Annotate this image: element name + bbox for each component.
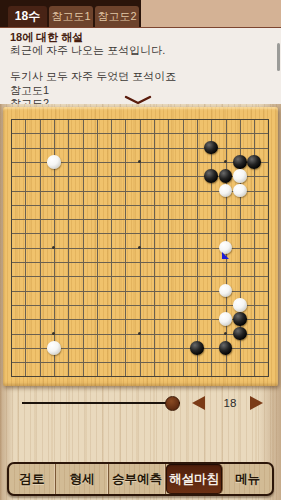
- menu-button[interactable]: 메뉴: [223, 464, 272, 494]
- previous-move-arrow-icon[interactable]: [192, 396, 205, 410]
- commentary-line: 두기사 모두 자주 두었던 포석이죠: [10, 70, 271, 83]
- black-stone: [247, 155, 261, 169]
- black-stone: [219, 169, 233, 183]
- commentary-line: [10, 57, 271, 70]
- white-stone: [219, 312, 233, 326]
- black-stone: [233, 327, 247, 341]
- end-commentary-button[interactable]: 해설마침: [166, 464, 223, 494]
- black-stone: [233, 155, 247, 169]
- tab-reference-diagram-1[interactable]: 참고도1: [49, 6, 93, 27]
- white-stone: [233, 184, 247, 198]
- app-screen: 18수 참고도1 참고도2 18에 대한 해설 최근에 자주 나오는 포석입니다…: [0, 0, 281, 500]
- commentary-line: 최근에 자주 나오는 포석입니다.: [10, 44, 271, 57]
- situation-button[interactable]: 형세: [56, 464, 109, 494]
- last-move-marker-icon: [222, 245, 229, 252]
- tab-move-18[interactable]: 18수: [8, 6, 47, 27]
- bottom-button-bar: 검토형세승부예측해설마침메뉴: [7, 462, 274, 496]
- black-stone: [233, 312, 247, 326]
- black-stone: [219, 341, 233, 355]
- commentary-title: 18에 대한 해설: [10, 31, 271, 44]
- review-button[interactable]: 검토: [9, 464, 56, 494]
- tab-bar: 18수 참고도1 참고도2: [0, 0, 281, 27]
- white-stone: [233, 298, 247, 312]
- white-stone: [47, 341, 61, 355]
- go-board: [3, 107, 278, 386]
- next-move-arrow-icon[interactable]: [250, 396, 263, 410]
- star-point: [224, 332, 227, 335]
- win-prediction-button[interactable]: 승부예측: [109, 464, 166, 494]
- black-stone: [190, 341, 204, 355]
- white-stone: [233, 169, 247, 183]
- move-number-value: 18: [214, 397, 246, 409]
- tab-reference-diagram-2[interactable]: 참고도2: [95, 6, 139, 27]
- white-stone: [47, 155, 61, 169]
- tab-bar-filler: [141, 0, 281, 27]
- chevron-down-icon[interactable]: [124, 91, 152, 101]
- move-slider-track[interactable]: [22, 402, 180, 404]
- black-stone: [204, 169, 218, 183]
- move-slider-thumb[interactable]: [165, 396, 180, 411]
- panel-scrollbar[interactable]: [277, 43, 281, 71]
